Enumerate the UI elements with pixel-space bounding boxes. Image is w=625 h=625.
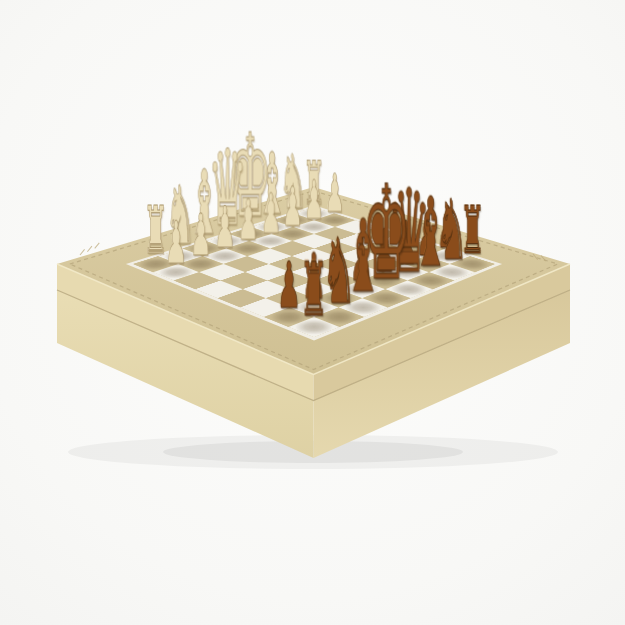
board-square-e7: ♟ [360, 272, 407, 289]
product-photo-stage: ♜♟♟♜♞♟♟♞♝♟♟♝♚♟♟♛♛♟♟♚♝♟♟♝♞♟♟♞♜♟♟♜ [0, 0, 625, 625]
board-square-b4 [220, 272, 267, 289]
